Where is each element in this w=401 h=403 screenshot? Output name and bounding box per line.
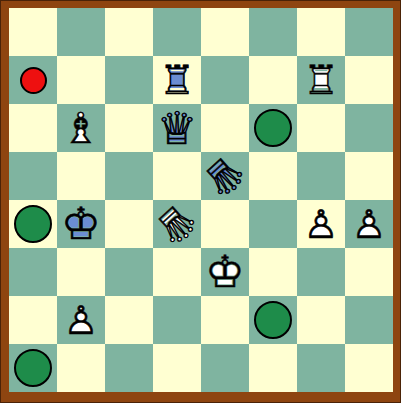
- square-h8[interactable]: [345, 8, 393, 56]
- square-f2[interactable]: [249, 296, 297, 344]
- square-f5[interactable]: [249, 152, 297, 200]
- green-circle-marker: [14, 349, 52, 387]
- chess-board-frame: ♜♖♜♖♝♗♛♕♛♕♚♔♛♕♟♙♟♙♚♔♟♙: [0, 0, 401, 403]
- square-c2[interactable]: [105, 296, 153, 344]
- square-h6[interactable]: [345, 104, 393, 152]
- white-pawn-glyph-outline: ♙: [297, 200, 345, 248]
- piece-blue-queen[interactable]: ♛♕: [153, 104, 201, 152]
- piece-white-bishop[interactable]: ♝♗: [57, 104, 105, 152]
- square-a8[interactable]: [9, 8, 57, 56]
- square-h4[interactable]: ♟♙: [345, 200, 393, 248]
- square-d8[interactable]: [153, 8, 201, 56]
- square-a4[interactable]: [9, 200, 57, 248]
- square-g2[interactable]: [297, 296, 345, 344]
- blue-rook-glyph-outline: ♖: [153, 56, 201, 104]
- green-circle-marker: [254, 109, 292, 147]
- square-d6[interactable]: ♛♕: [153, 104, 201, 152]
- square-a5[interactable]: [9, 152, 57, 200]
- square-d7[interactable]: ♜♖: [153, 56, 201, 104]
- square-d3[interactable]: [153, 248, 201, 296]
- square-e2[interactable]: [201, 296, 249, 344]
- square-b8[interactable]: [57, 8, 105, 56]
- piece-white-pawn[interactable]: ♟♙: [57, 296, 105, 344]
- square-b6[interactable]: ♝♗: [57, 104, 105, 152]
- square-c3[interactable]: [105, 248, 153, 296]
- blue-king-glyph-outline: ♔: [57, 200, 105, 248]
- square-h2[interactable]: [345, 296, 393, 344]
- square-e5[interactable]: ♛♕: [201, 152, 249, 200]
- white-pawn-glyph-outline: ♙: [57, 296, 105, 344]
- square-b4[interactable]: ♚♔: [57, 200, 105, 248]
- square-b3[interactable]: [57, 248, 105, 296]
- blue-queen-glyph-outline: ♕: [153, 104, 201, 152]
- square-e7[interactable]: [201, 56, 249, 104]
- piece-blue-king[interactable]: ♚♔: [57, 200, 105, 248]
- square-g3[interactable]: [297, 248, 345, 296]
- chess-board: ♜♖♜♖♝♗♛♕♛♕♚♔♛♕♟♙♟♙♚♔♟♙: [9, 8, 393, 392]
- piece-blue-rook[interactable]: ♜♖: [153, 56, 201, 104]
- square-g5[interactable]: [297, 152, 345, 200]
- square-d1[interactable]: [153, 344, 201, 392]
- square-g6[interactable]: [297, 104, 345, 152]
- square-c5[interactable]: [105, 152, 153, 200]
- square-g8[interactable]: [297, 8, 345, 56]
- square-c8[interactable]: [105, 8, 153, 56]
- piece-white-king[interactable]: ♚♔: [201, 248, 249, 296]
- square-d2[interactable]: [153, 296, 201, 344]
- white-king-glyph-outline: ♔: [201, 248, 249, 296]
- square-f1[interactable]: [249, 344, 297, 392]
- piece-white-pawn[interactable]: ♟♙: [345, 200, 393, 248]
- green-circle-marker: [14, 205, 52, 243]
- square-h5[interactable]: [345, 152, 393, 200]
- white-bishop-glyph-outline: ♗: [57, 104, 105, 152]
- square-f8[interactable]: [249, 8, 297, 56]
- square-b5[interactable]: [57, 152, 105, 200]
- square-g7[interactable]: ♜♖: [297, 56, 345, 104]
- square-f3[interactable]: [249, 248, 297, 296]
- square-h1[interactable]: [345, 344, 393, 392]
- square-g4[interactable]: ♟♙: [297, 200, 345, 248]
- white-rook-glyph-outline: ♖: [297, 56, 345, 104]
- square-b1[interactable]: [57, 344, 105, 392]
- white-pawn-glyph-outline: ♙: [345, 200, 393, 248]
- piece-white-rook[interactable]: ♜♖: [297, 56, 345, 104]
- green-circle-marker: [254, 301, 292, 339]
- square-b2[interactable]: ♟♙: [57, 296, 105, 344]
- piece-white-pawn[interactable]: ♟♙: [297, 200, 345, 248]
- square-e4[interactable]: [201, 200, 249, 248]
- square-f7[interactable]: [249, 56, 297, 104]
- square-f6[interactable]: [249, 104, 297, 152]
- square-a1[interactable]: [9, 344, 57, 392]
- square-f4[interactable]: [249, 200, 297, 248]
- red-circle-marker: [20, 67, 47, 94]
- square-c6[interactable]: [105, 104, 153, 152]
- square-e3[interactable]: ♚♔: [201, 248, 249, 296]
- square-e8[interactable]: [201, 8, 249, 56]
- square-h7[interactable]: [345, 56, 393, 104]
- square-a6[interactable]: [9, 104, 57, 152]
- square-a7[interactable]: [9, 56, 57, 104]
- square-e1[interactable]: [201, 344, 249, 392]
- square-c1[interactable]: [105, 344, 153, 392]
- square-a3[interactable]: [9, 248, 57, 296]
- square-d4[interactable]: ♛♕: [153, 200, 201, 248]
- square-b7[interactable]: [57, 56, 105, 104]
- square-c7[interactable]: [105, 56, 153, 104]
- square-g1[interactable]: [297, 344, 345, 392]
- square-h3[interactable]: [345, 248, 393, 296]
- square-a2[interactable]: [9, 296, 57, 344]
